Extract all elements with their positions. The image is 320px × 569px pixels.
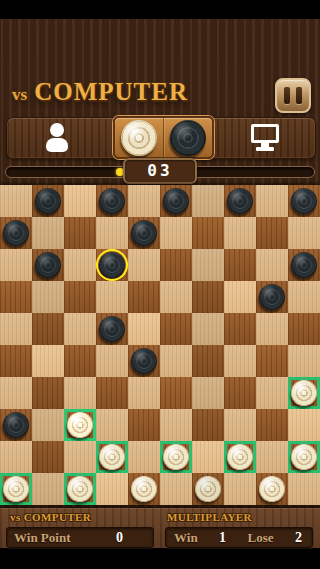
board-cell-r3c2[interactable]: [64, 281, 96, 313]
white-checker[interactable]: [291, 444, 317, 470]
board-cell-r2c5[interactable]: [160, 249, 192, 281]
move-timer: 03: [123, 158, 197, 184]
board-cell-r5c4[interactable]: [128, 345, 160, 377]
win-lose-box: Win 1 Lose 2: [165, 527, 313, 548]
black-piece-indicator: [170, 120, 206, 156]
title-main: COMPUTER: [34, 78, 188, 106]
board-cell-r7c9[interactable]: [288, 409, 320, 441]
board-cell-r3c8[interactable]: [256, 281, 288, 313]
board-cell-r1c4[interactable]: [128, 217, 160, 249]
board-cell-r0c9[interactable]: [288, 185, 320, 217]
board-cell-r2c2[interactable]: [64, 249, 96, 281]
board-cell-r2c0[interactable]: [0, 249, 32, 281]
board-cell-r6c9[interactable]: [288, 377, 320, 409]
board-cell-r0c1[interactable]: [32, 185, 64, 217]
board-cell-r9c3[interactable]: [96, 473, 128, 505]
board-cell-r5c6[interactable]: [192, 345, 224, 377]
board-cell-r2c8[interactable]: [256, 249, 288, 281]
white-checker[interactable]: [131, 476, 157, 502]
black-checker[interactable]: [291, 188, 317, 214]
board-cell-r7c1[interactable]: [32, 409, 64, 441]
board-cell-r8c9[interactable]: [288, 441, 320, 473]
board-cell-r5c3[interactable]: [96, 345, 128, 377]
board-cell-r9c6[interactable]: [192, 473, 224, 505]
black-checker[interactable]: [99, 252, 125, 278]
board-cell-r1c0[interactable]: [0, 217, 32, 249]
title-prefix: vs: [12, 85, 27, 105]
board-cell-r8c1[interactable]: [32, 441, 64, 473]
board-cell-r8c8[interactable]: [256, 441, 288, 473]
board-cell-r5c9[interactable]: [288, 345, 320, 377]
board-cell-r4c5[interactable]: [160, 313, 192, 345]
board-cell-r4c1[interactable]: [32, 313, 64, 345]
board-cell-r4c6[interactable]: [192, 313, 224, 345]
board-cell-r1c1[interactable]: [32, 217, 64, 249]
white-checker[interactable]: [67, 412, 93, 438]
white-checker[interactable]: [67, 476, 93, 502]
board-cell-r3c5[interactable]: [160, 281, 192, 313]
board-cell-r2c7[interactable]: [224, 249, 256, 281]
board-cell-r9c1[interactable]: [32, 473, 64, 505]
board-cell-r1c8[interactable]: [256, 217, 288, 249]
board-cell-r3c7[interactable]: [224, 281, 256, 313]
black-checker[interactable]: [259, 284, 285, 310]
board-cell-r1c5[interactable]: [160, 217, 192, 249]
board-cell-r1c2[interactable]: [64, 217, 96, 249]
board-cell-r6c8[interactable]: [256, 377, 288, 409]
board-cell-r3c1[interactable]: [32, 281, 64, 313]
board-cell-r3c4[interactable]: [128, 281, 160, 313]
board-cell-r8c5[interactable]: [160, 441, 192, 473]
board-cell-r9c2[interactable]: [64, 473, 96, 505]
black-checker[interactable]: [3, 412, 29, 438]
board-cell-r7c4[interactable]: [128, 409, 160, 441]
black-checker[interactable]: [99, 316, 125, 342]
board-cell-r4c7[interactable]: [224, 313, 256, 345]
board-cell-r9c5[interactable]: [160, 473, 192, 505]
black-checker[interactable]: [163, 188, 189, 214]
board-cell-r0c8[interactable]: [256, 185, 288, 217]
board-cell-r6c3[interactable]: [96, 377, 128, 409]
board-cell-r8c3[interactable]: [96, 441, 128, 473]
black-checker[interactable]: [99, 188, 125, 214]
board-cell-r4c3[interactable]: [96, 313, 128, 345]
board-cell-r5c0[interactable]: [0, 345, 32, 377]
win-value: 1: [219, 530, 226, 546]
board-cell-r9c7[interactable]: [224, 473, 256, 505]
board-cell-r3c6[interactable]: [192, 281, 224, 313]
board-cell-r2c9[interactable]: [288, 249, 320, 281]
board-cell-r5c7[interactable]: [224, 345, 256, 377]
vs-computer-heading: vs COMPUTER: [10, 511, 91, 523]
white-checker[interactable]: [3, 476, 29, 502]
board-cell-r0c0[interactable]: [0, 185, 32, 217]
app-screen: vs COMPUTER 03 vs: [0, 0, 320, 569]
white-side-slot: [115, 118, 164, 157]
board-cell-r7c8[interactable]: [256, 409, 288, 441]
board-cell-r6c6[interactable]: [192, 377, 224, 409]
black-checker[interactable]: [3, 220, 29, 246]
board-cell-r6c7[interactable]: [224, 377, 256, 409]
board-cell-r9c9[interactable]: [288, 473, 320, 505]
board-cell-r1c7[interactable]: [224, 217, 256, 249]
board-cell-r2c3[interactable]: [96, 249, 128, 281]
piece-side-selector: [113, 116, 214, 159]
board-cell-r7c3[interactable]: [96, 409, 128, 441]
board-cell-r4c4[interactable]: [128, 313, 160, 345]
board-cell-r6c5[interactable]: [160, 377, 192, 409]
board-cell-r6c1[interactable]: [32, 377, 64, 409]
white-checker[interactable]: [99, 444, 125, 470]
pause-button[interactable]: [275, 78, 311, 113]
pause-icon: [296, 87, 302, 104]
board-cell-r8c6[interactable]: [192, 441, 224, 473]
board-cell-r6c4[interactable]: [128, 377, 160, 409]
board-cell-r0c4[interactable]: [128, 185, 160, 217]
board-cell-r2c1[interactable]: [32, 249, 64, 281]
board-cell-r7c6[interactable]: [192, 409, 224, 441]
board-cell-r1c3[interactable]: [96, 217, 128, 249]
checkers-board: [0, 185, 320, 505]
board-cell-r0c7[interactable]: [224, 185, 256, 217]
board-cell-r2c6[interactable]: [192, 249, 224, 281]
score-panel: vs COMPUTER Win Point 0 MULTIPLAYER Win …: [0, 507, 320, 548]
board-cell-r0c6[interactable]: [192, 185, 224, 217]
board-cell-r0c5[interactable]: [160, 185, 192, 217]
computer-player-icon: [248, 122, 282, 154]
white-checker[interactable]: [259, 476, 285, 502]
multiplayer-heading: MULTIPLAYER: [167, 511, 252, 523]
black-checker[interactable]: [35, 252, 61, 278]
board-cell-r5c8[interactable]: [256, 345, 288, 377]
board-cell-r5c5[interactable]: [160, 345, 192, 377]
board-cell-r9c4[interactable]: [128, 473, 160, 505]
board-cell-r6c0[interactable]: [0, 377, 32, 409]
player-bar: [6, 117, 316, 159]
board-cell-r5c1[interactable]: [32, 345, 64, 377]
board-cell-r8c0[interactable]: [0, 441, 32, 473]
board-cell-r8c2[interactable]: [64, 441, 96, 473]
black-checker[interactable]: [35, 188, 61, 214]
board-cell-r3c0[interactable]: [0, 281, 32, 313]
board-cell-r7c7[interactable]: [224, 409, 256, 441]
board-cell-r1c6[interactable]: [192, 217, 224, 249]
board-cell-r4c2[interactable]: [64, 313, 96, 345]
board-cell-r4c8[interactable]: [256, 313, 288, 345]
black-checker[interactable]: [131, 220, 157, 246]
white-checker[interactable]: [195, 476, 221, 502]
black-checker[interactable]: [291, 252, 317, 278]
page-title: vs COMPUTER: [12, 78, 188, 106]
board-cell-r4c9[interactable]: [288, 313, 320, 345]
board-cell-r1c9[interactable]: [288, 217, 320, 249]
win-point-value: 0: [116, 530, 123, 546]
board-cell-r7c5[interactable]: [160, 409, 192, 441]
black-checker[interactable]: [227, 188, 253, 214]
board-cell-r8c7[interactable]: [224, 441, 256, 473]
board-cell-r9c0[interactable]: [0, 473, 32, 505]
black-side-slot: [164, 118, 212, 157]
lose-value: 2: [295, 530, 302, 546]
black-checker[interactable]: [131, 348, 157, 374]
board-cell-r8c4[interactable]: [128, 441, 160, 473]
board-cell-r4c0[interactable]: [0, 313, 32, 345]
timer-value: 03: [147, 161, 172, 180]
board-cell-r0c2[interactable]: [64, 185, 96, 217]
board-cell-r3c3[interactable]: [96, 281, 128, 313]
board-cell-r5c2[interactable]: [64, 345, 96, 377]
white-piece-indicator: [121, 120, 157, 156]
win-label: Win: [174, 530, 198, 546]
lose-label: Lose: [248, 530, 274, 546]
win-point-box: Win Point 0: [6, 527, 154, 548]
board-cell-r6c2[interactable]: [64, 377, 96, 409]
win-point-label: Win Point: [14, 530, 70, 546]
board-cell-r7c0[interactable]: [0, 409, 32, 441]
white-checker[interactable]: [227, 444, 253, 470]
board-cell-r9c8[interactable]: [256, 473, 288, 505]
board-cell-r2c4[interactable]: [128, 249, 160, 281]
white-checker[interactable]: [291, 380, 317, 406]
board-cell-r0c3[interactable]: [96, 185, 128, 217]
white-checker[interactable]: [163, 444, 189, 470]
human-player-icon: [41, 122, 73, 154]
pause-icon: [284, 87, 290, 104]
board-cell-r7c2[interactable]: [64, 409, 96, 441]
board-cell-r3c9[interactable]: [288, 281, 320, 313]
